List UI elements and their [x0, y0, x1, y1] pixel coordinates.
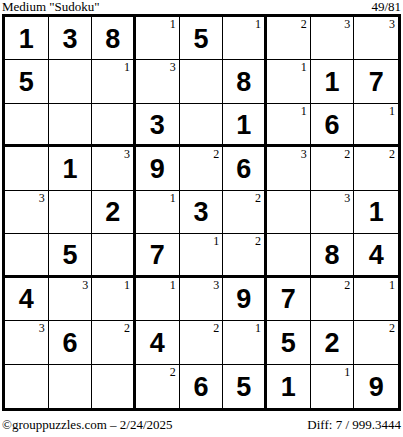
cell-r6c5[interactable]: 1: [180, 234, 224, 277]
cell-value: 8: [223, 60, 264, 102]
copyright-text: ©grouppuzzles.com – 2/24/2025: [2, 417, 173, 432]
difficulty-text: Diff: 7 / 999.3444: [307, 417, 401, 432]
cell-value: [180, 147, 223, 189]
cell-r1c1[interactable]: 1: [5, 17, 49, 60]
cell-r1c2[interactable]: 3: [49, 17, 93, 60]
cell-value: 5: [5, 60, 48, 102]
cell-r9c4[interactable]: 2: [136, 365, 180, 408]
cell-r5c8[interactable]: 3: [311, 191, 355, 234]
cell-value: 9: [223, 278, 264, 320]
cell-r1c3[interactable]: 8: [92, 17, 136, 60]
cell-value: [354, 17, 398, 59]
cell-value: [136, 17, 179, 59]
cell-r8c3[interactable]: 2: [92, 321, 136, 364]
cell-r2c2[interactable]: [49, 60, 93, 103]
cell-r9c6[interactable]: 5: [223, 365, 267, 408]
cell-value: 6: [223, 147, 264, 189]
sudoku-page: Medium "Sudoku" 49/81 138151233513811731…: [0, 0, 403, 437]
cell-value: [267, 147, 310, 189]
cell-r9c5[interactable]: 6: [180, 365, 224, 408]
cell-value: [136, 365, 179, 408]
footer-bar: ©grouppuzzles.com – 2/24/2025 Diff: 7 / …: [0, 411, 403, 432]
cell-value: [180, 278, 223, 320]
cell-r1c7[interactable]: 2: [267, 17, 311, 60]
cell-value: [136, 278, 179, 320]
cell-r6c8[interactable]: 8: [311, 234, 355, 277]
cell-value: [311, 147, 354, 189]
cell-value: 3: [49, 17, 92, 59]
cell-value: [354, 147, 398, 189]
cell-value: [5, 104, 48, 144]
cell-value: [311, 365, 354, 408]
cell-value: 1: [5, 17, 48, 59]
cell-r8c5[interactable]: 2: [180, 321, 224, 364]
puzzle-title: Medium "Sudoku": [2, 0, 100, 14]
cell-r3c8[interactable]: 6: [311, 104, 355, 147]
cell-value: 6: [180, 365, 223, 408]
cell-value: [311, 278, 354, 320]
cell-r7c3[interactable]: 1: [92, 278, 136, 321]
cell-value: 7: [354, 60, 398, 102]
cell-r6c1[interactable]: [5, 234, 49, 277]
cell-r4c8[interactable]: 2: [311, 147, 355, 190]
cell-value: [5, 365, 48, 408]
cell-r8c6[interactable]: 1: [223, 321, 267, 364]
cell-value: 6: [311, 104, 354, 144]
cell-r2c5[interactable]: [180, 60, 224, 103]
cell-r2c7[interactable]: 1: [267, 60, 311, 103]
cell-value: [49, 104, 92, 144]
cell-value: [354, 321, 398, 363]
cell-value: [136, 60, 179, 102]
cell-r2c4[interactable]: 3: [136, 60, 180, 103]
cell-value: [49, 278, 92, 320]
cell-r5c2[interactable]: [49, 191, 93, 234]
cell-r1c6[interactable]: 1: [223, 17, 267, 60]
progress-counter: 49/81: [371, 0, 401, 14]
cell-value: [136, 191, 179, 233]
cell-value: [92, 104, 133, 144]
cell-r4c5[interactable]: 2: [180, 147, 224, 190]
cell-r9c1[interactable]: [5, 365, 49, 408]
cell-r5c7[interactable]: [267, 191, 311, 234]
cell-r8c1[interactable]: 3: [5, 321, 49, 364]
cell-r3c6[interactable]: 1: [223, 104, 267, 147]
cell-value: [223, 191, 264, 233]
cell-r1c4[interactable]: 1: [136, 17, 180, 60]
cell-r4c6[interactable]: 6: [223, 147, 267, 190]
cell-r2c1[interactable]: 5: [5, 60, 49, 103]
cell-value: [267, 104, 310, 144]
cell-r5c4[interactable]: 1: [136, 191, 180, 234]
cell-r6c6[interactable]: 2: [223, 234, 267, 277]
cell-value: [267, 234, 310, 274]
cell-r3c4[interactable]: 3: [136, 104, 180, 147]
cell-value: [311, 17, 354, 59]
cell-r6c2[interactable]: 5: [49, 234, 93, 277]
sudoku-board: 1381512335138117311611392632232132315712…: [2, 14, 401, 411]
cell-r8c7[interactable]: 5: [267, 321, 311, 364]
cell-r3c9[interactable]: 1: [354, 104, 398, 147]
cell-r5c3[interactable]: 2: [92, 191, 136, 234]
cell-value: 1: [354, 191, 398, 233]
cell-r4c2[interactable]: 1: [49, 147, 93, 190]
cell-r4c9[interactable]: 2: [354, 147, 398, 190]
cell-r6c7[interactable]: [267, 234, 311, 277]
cell-r2c6[interactable]: 8: [223, 60, 267, 103]
cell-value: [92, 365, 133, 408]
cell-r5c5[interactable]: 3: [180, 191, 224, 234]
cell-r6c9[interactable]: 4: [354, 234, 398, 277]
cell-r3c5[interactable]: [180, 104, 224, 147]
cell-value: [92, 147, 133, 189]
cell-value: [92, 60, 133, 102]
cell-value: 4: [5, 278, 48, 320]
cell-r7c9[interactable]: 1: [354, 278, 398, 321]
cell-value: [311, 191, 354, 233]
cell-r1c5[interactable]: 5: [180, 17, 224, 60]
cell-value: [180, 104, 223, 144]
cell-value: 9: [354, 365, 398, 408]
cell-value: 1: [223, 104, 264, 144]
cell-r8c9[interactable]: 2: [354, 321, 398, 364]
cell-value: 8: [92, 17, 133, 59]
cell-value: 4: [136, 321, 179, 363]
cell-value: [223, 234, 264, 274]
cell-value: 1: [311, 60, 354, 102]
cell-r2c9[interactable]: 7: [354, 60, 398, 103]
cell-value: 2: [92, 191, 133, 233]
cell-value: [354, 278, 398, 320]
cell-value: [49, 60, 92, 102]
cell-r7c8[interactable]: 2: [311, 278, 355, 321]
cell-value: 5: [223, 365, 264, 408]
cell-value: 2: [311, 321, 354, 363]
cell-r9c9[interactable]: 9: [354, 365, 398, 408]
cell-r6c3[interactable]: [92, 234, 136, 277]
cell-value: [5, 191, 48, 233]
cell-value: [180, 60, 223, 102]
cell-r6c4[interactable]: 7: [136, 234, 180, 277]
cell-value: [223, 321, 264, 363]
cell-value: [5, 234, 48, 274]
cell-r9c8[interactable]: 1: [311, 365, 355, 408]
cell-value: 6: [49, 321, 92, 363]
cell-r1c9[interactable]: 3: [354, 17, 398, 60]
cell-value: [180, 321, 223, 363]
cell-value: [92, 234, 133, 274]
cell-value: 9: [136, 147, 179, 189]
cell-value: [267, 191, 310, 233]
cell-r3c7[interactable]: 1: [267, 104, 311, 147]
cell-value: [223, 17, 264, 59]
cell-r2c3[interactable]: 1: [92, 60, 136, 103]
cell-value: [49, 365, 92, 408]
cell-r5c9[interactable]: 1: [354, 191, 398, 234]
cell-r4c7[interactable]: 3: [267, 147, 311, 190]
cell-r7c1[interactable]: 4: [5, 278, 49, 321]
cell-value: 7: [267, 278, 310, 320]
cell-r7c5[interactable]: 3: [180, 278, 224, 321]
cell-r3c3[interactable]: [92, 104, 136, 147]
cell-r3c1[interactable]: [5, 104, 49, 147]
cell-value: [267, 60, 310, 102]
cell-value: 5: [49, 234, 92, 274]
cell-r8c8[interactable]: 2: [311, 321, 355, 364]
cell-value: [49, 191, 92, 233]
cell-r1c8[interactable]: 3: [311, 17, 355, 60]
cell-r2c8[interactable]: 1: [311, 60, 355, 103]
cell-r3c2[interactable]: [49, 104, 93, 147]
cell-value: [354, 104, 398, 144]
cell-r7c7[interactable]: 7: [267, 278, 311, 321]
header-bar: Medium "Sudoku" 49/81: [0, 0, 403, 14]
cell-r8c2[interactable]: 6: [49, 321, 93, 364]
cell-r7c4[interactable]: 1: [136, 278, 180, 321]
cell-value: 7: [136, 234, 179, 274]
cell-value: 1: [49, 147, 92, 189]
cell-value: 1: [267, 365, 310, 408]
cell-r8c4[interactable]: 4: [136, 321, 180, 364]
cell-r4c1[interactable]: [5, 147, 49, 190]
cell-value: [180, 234, 223, 274]
cell-r5c6[interactable]: 2: [223, 191, 267, 234]
cell-value: [267, 17, 310, 59]
cell-value: [5, 321, 48, 363]
cell-r7c2[interactable]: 3: [49, 278, 93, 321]
cell-r5c1[interactable]: 3: [5, 191, 49, 234]
cell-value: 5: [267, 321, 310, 363]
cell-r9c3[interactable]: [92, 365, 136, 408]
cell-value: [5, 147, 48, 189]
cell-value: 8: [311, 234, 354, 274]
cell-value: [92, 278, 133, 320]
cell-value: 3: [136, 104, 179, 144]
cell-value: [92, 321, 133, 363]
cell-r4c3[interactable]: 3: [92, 147, 136, 190]
cell-r9c7[interactable]: 1: [267, 365, 311, 408]
cell-r7c6[interactable]: 9: [223, 278, 267, 321]
cell-value: 3: [180, 191, 223, 233]
cell-value: 4: [354, 234, 398, 274]
cell-r4c4[interactable]: 9: [136, 147, 180, 190]
cell-r9c2[interactable]: [49, 365, 93, 408]
cell-value: 5: [180, 17, 223, 59]
